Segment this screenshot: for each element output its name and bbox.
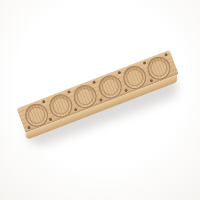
peg-hole: [67, 90, 71, 94]
mancala-board: [16, 50, 181, 141]
peg-hole: [74, 108, 78, 112]
peg-hole: [99, 98, 103, 102]
peg-hole: [48, 118, 52, 122]
peg-hole: [92, 80, 96, 84]
peg-hole: [124, 88, 128, 92]
peg-hole: [118, 71, 122, 75]
photo-background: [0, 0, 200, 200]
peg-hole: [150, 79, 154, 83]
peg-hole: [164, 53, 168, 57]
peg-hole: [27, 126, 31, 130]
peg-hole: [41, 100, 45, 104]
peg-hole: [143, 61, 147, 65]
